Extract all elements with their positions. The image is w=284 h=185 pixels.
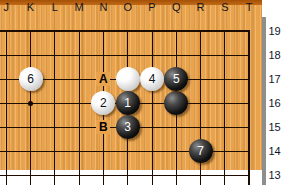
- row-label-18: 18: [265, 47, 284, 63]
- grid-hline-13: [0, 175, 250, 176]
- row-label-15: 15: [265, 119, 284, 135]
- column-label-O: O: [118, 0, 138, 15]
- stone-O17[interactable]: [116, 67, 140, 91]
- grid-vline-M: [79, 30, 80, 185]
- stone-O16[interactable]: 1: [116, 91, 140, 115]
- column-label-T: T: [239, 0, 259, 15]
- column-label-N: N: [93, 0, 113, 15]
- row-label-14: 14: [265, 143, 284, 159]
- marker-N15[interactable]: B: [96, 120, 110, 134]
- row-label-16: 16: [265, 95, 284, 111]
- column-label-R: R: [191, 0, 211, 15]
- grid-vline-K: [30, 30, 31, 185]
- column-label-K: K: [21, 0, 41, 15]
- star-point-K16: [28, 101, 33, 106]
- stone-R14[interactable]: 7: [189, 139, 213, 163]
- stone-P17[interactable]: 4: [140, 67, 164, 91]
- stone-O15[interactable]: 3: [116, 115, 140, 139]
- go-board-diagram: JKLMNOPQRST19181716151413AB1234567: [0, 0, 284, 185]
- grid-vline-T: [248, 30, 250, 185]
- marker-N17[interactable]: A: [96, 72, 110, 86]
- grid-vline-L: [54, 30, 55, 185]
- column-label-J: J: [0, 0, 16, 15]
- stone-K17[interactable]: 6: [19, 67, 43, 91]
- column-label-P: P: [142, 0, 162, 15]
- row-label-17: 17: [265, 71, 284, 87]
- grid-vline-S: [224, 30, 225, 185]
- grid-vline-J: [6, 30, 7, 185]
- column-label-Q: Q: [166, 0, 186, 15]
- grid-vline-P: [152, 30, 153, 185]
- row-label-19: 19: [265, 23, 284, 39]
- grid-hline-18: [0, 55, 250, 56]
- column-label-L: L: [45, 0, 65, 15]
- column-label-M: M: [69, 0, 89, 15]
- row-label-13: 13: [265, 167, 284, 183]
- grid-hline-19: [0, 30, 250, 32]
- column-label-S: S: [215, 0, 235, 15]
